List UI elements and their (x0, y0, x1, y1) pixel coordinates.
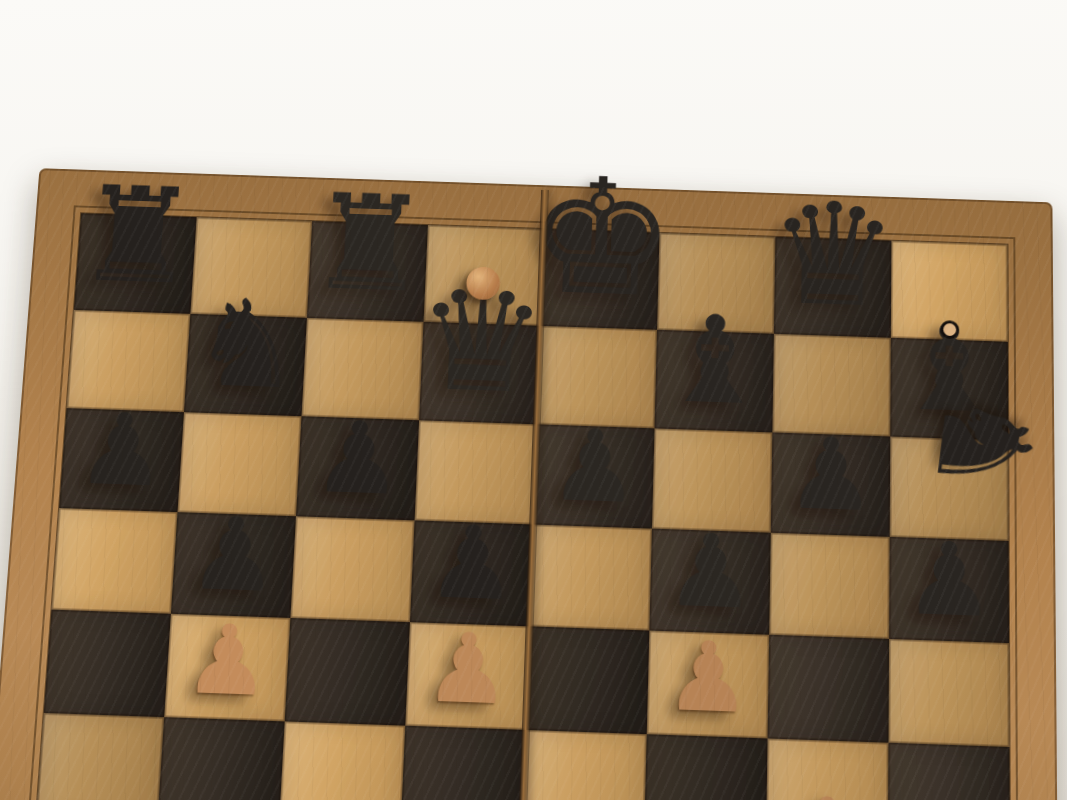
square-f8 (657, 233, 775, 334)
square-g4 (768, 635, 890, 743)
square-a6: ♟ (59, 408, 184, 512)
piece-black-king-e8: ♚ (524, 156, 677, 321)
piece-black-pawn-h5: ♟ (904, 528, 995, 632)
square-g6: ♟ (771, 432, 890, 536)
square-a8: ♜ (74, 213, 197, 314)
square-c6: ♟ (296, 416, 419, 520)
square-g8: ♛ (774, 237, 892, 338)
chess-board: ♜♜♚♛♞♛♝♝♟♟♟♟♞♟♟♟♟♟♟♟♟ (0, 168, 1060, 800)
square-e3 (522, 730, 646, 800)
piece-black-pawn-d5: ♟ (425, 512, 520, 616)
square-h4 (888, 639, 1009, 747)
square-c3 (279, 721, 405, 800)
square-d6 (415, 420, 537, 524)
square-e5 (530, 524, 652, 630)
piece-light-pawn-f4: ♟ (664, 628, 752, 727)
square-b4: ♟ (164, 614, 290, 722)
piece-light-pawn-g3: ♟ (783, 784, 871, 800)
piece-light-pawn-d4: ♟ (423, 620, 513, 719)
piece-black-pawn-f5: ♟ (664, 520, 757, 624)
square-e4 (526, 626, 649, 734)
square-c8: ♜ (307, 221, 428, 322)
piece-black-pawn-b5: ♟ (186, 504, 282, 608)
photo-scene: ♜♜♚♛♞♛♝♝♟♟♟♟♞♟♟♟♟♟♟♟♟ (0, 0, 1067, 800)
square-c7 (301, 318, 423, 420)
square-h5: ♟ (889, 537, 1009, 643)
square-b5: ♟ (171, 512, 296, 618)
square-e7 (537, 326, 657, 429)
square-g7 (772, 334, 890, 437)
piece-black-pawn-e6: ♟ (548, 416, 641, 518)
square-b7: ♞ (184, 314, 307, 416)
piece-black-rook-a8: ♜ (72, 169, 203, 305)
square-e6: ♟ (533, 424, 654, 528)
square-f5: ♟ (649, 529, 770, 635)
square-d5: ♟ (410, 520, 533, 626)
square-d7: ♛ (419, 322, 540, 425)
square-a7 (67, 310, 191, 412)
square-c4 (285, 618, 410, 726)
piece-light-pawn-b4: ♟ (182, 611, 273, 710)
square-d8 (424, 225, 544, 326)
piece-black-pawn-g6: ♟ (785, 424, 876, 526)
square-g5 (769, 533, 889, 639)
square-e8: ♚ (540, 229, 659, 330)
square-c5 (290, 516, 414, 622)
square-a4 (44, 610, 171, 718)
square-f7: ♝ (655, 330, 774, 433)
square-a5 (51, 508, 177, 614)
piece-black-pawn-a6: ♟ (74, 400, 170, 502)
piece-black-queen-g8: ♛ (767, 182, 899, 328)
square-f4: ♟ (647, 631, 769, 739)
square-b3 (157, 717, 284, 800)
square-h3 (888, 743, 1010, 800)
square-g3: ♟ (766, 738, 889, 800)
board-squares: ♜♜♚♛♞♛♝♝♟♟♟♟♞♟♟♟♟♟♟♟♟ (20, 213, 1011, 800)
square-h8 (891, 241, 1008, 342)
piece-black-rook-c8: ♜ (305, 176, 433, 312)
square-f6 (652, 428, 772, 532)
square-b6 (177, 412, 301, 516)
square-f3 (644, 734, 768, 800)
square-d3 (401, 726, 526, 800)
square-h7: ♝ (890, 338, 1008, 441)
square-a3 (36, 713, 164, 800)
piece-black-pawn-c6: ♟ (311, 408, 406, 510)
background-wall: ♜♜♚♛♞♛♝♝♟♟♟♟♞♟♟♟♟♟♟♟♟ (0, 0, 1067, 800)
square-b8 (190, 217, 312, 318)
square-h6: ♞ (890, 436, 1009, 541)
square-d4: ♟ (405, 622, 529, 730)
